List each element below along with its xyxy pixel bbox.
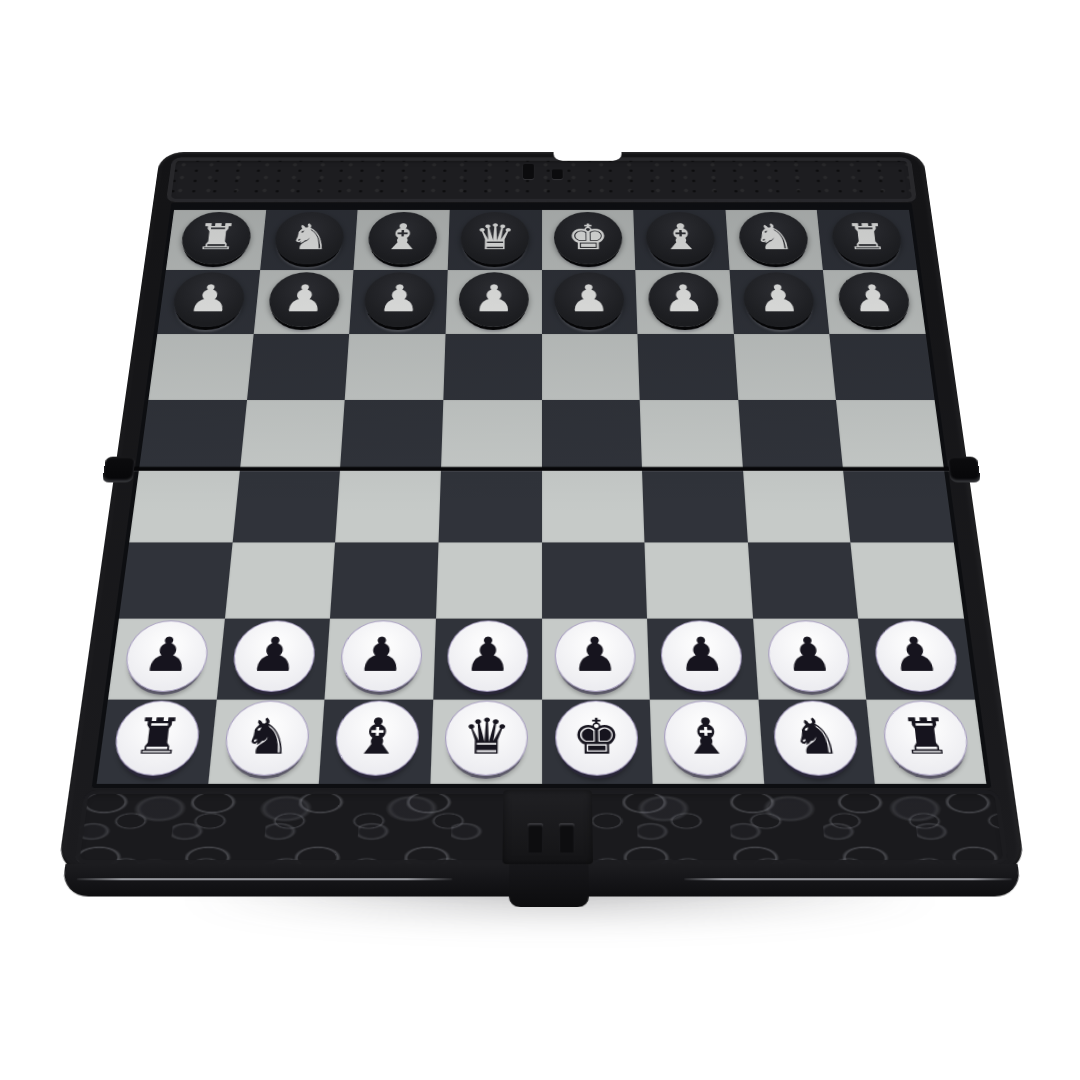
- fold-line: [115, 467, 968, 470]
- white-bishop-glyph: ♝: [351, 713, 402, 762]
- piece-white-rook[interactable]: ♜: [111, 701, 203, 776]
- square-g4[interactable]: [743, 470, 851, 543]
- white-pawn-glyph: ♟: [677, 631, 727, 678]
- square-a6[interactable]: [148, 334, 253, 400]
- white-queen-glyph: ♛: [462, 713, 512, 762]
- square-b2[interactable]: ♟: [216, 619, 330, 699]
- square-a3[interactable]: [119, 542, 232, 618]
- square-d8[interactable]: ♛: [448, 210, 542, 271]
- play-surface: ♜♞♝♛♚♝♞♜♟♟♟♟♟♟♟♟♟♟♟♟♟♟♟♟♜♞♝♛♚♝♞♜: [92, 203, 992, 788]
- piece-white-pawn[interactable]: ♟: [122, 620, 211, 691]
- square-g7[interactable]: ♟: [729, 270, 829, 333]
- square-g2[interactable]: ♟: [753, 619, 867, 699]
- square-h5[interactable]: [836, 400, 944, 469]
- chess-grid: ♜♞♝♛♚♝♞♜♟♟♟♟♟♟♟♟♟♟♟♟♟♟♟♟♜♞♝♛♚♝♞♜: [97, 210, 987, 784]
- white-pawn-glyph: ♟: [571, 631, 619, 678]
- square-a4[interactable]: [129, 470, 239, 543]
- black-rook-glyph: ♜: [194, 219, 240, 254]
- piece-white-king[interactable]: ♚: [555, 701, 639, 776]
- square-g3[interactable]: [748, 542, 859, 618]
- square-e8[interactable]: ♚: [542, 210, 636, 271]
- white-bishop-glyph: ♝: [680, 713, 731, 762]
- black-knight-glyph: ♞: [287, 219, 331, 254]
- white-pawn-glyph: ♟: [783, 631, 835, 678]
- black-pawn-glyph: ♟: [377, 280, 421, 317]
- square-e7[interactable]: ♟: [542, 270, 638, 333]
- black-pawn-glyph: ♟: [756, 280, 801, 317]
- hinge-left: [102, 457, 136, 483]
- square-g6[interactable]: [734, 334, 837, 400]
- clasp-tab-right: [552, 169, 563, 178]
- hinge-right: [947, 457, 981, 483]
- square-f7[interactable]: ♟: [635, 270, 733, 333]
- white-pawn-glyph: ♟: [464, 631, 512, 678]
- top-leather-band: [166, 157, 917, 202]
- stage: ♜♞♝♛♚♝♞♜♟♟♟♟♟♟♟♟♟♟♟♟♟♟♟♟♜♞♝♛♚♝♞♜: [0, 0, 1080, 1080]
- latch-lip: [509, 864, 589, 907]
- latch-tab-left: [527, 823, 543, 852]
- square-h4[interactable]: [843, 470, 953, 543]
- piece-white-pawn[interactable]: ♟: [338, 620, 422, 691]
- white-pawn-glyph: ♟: [141, 631, 194, 678]
- square-e5[interactable]: [542, 400, 643, 469]
- square-e4[interactable]: [542, 470, 645, 543]
- square-c1[interactable]: ♝: [319, 699, 433, 784]
- square-e2[interactable]: ♟: [542, 619, 650, 699]
- square-g8[interactable]: ♞: [725, 210, 823, 271]
- piece-black-pawn[interactable]: ♟: [363, 272, 436, 327]
- piece-black-bishop[interactable]: ♝: [366, 212, 437, 264]
- square-h2[interactable]: ♟: [858, 619, 975, 699]
- black-pawn-glyph: ♟: [281, 280, 326, 317]
- black-king-glyph: ♚: [567, 219, 609, 254]
- square-f6[interactable]: [638, 334, 739, 400]
- square-f4[interactable]: [642, 470, 748, 543]
- black-pawn-glyph: ♟: [850, 280, 897, 317]
- black-bishop-glyph: ♝: [659, 219, 702, 254]
- piece-black-pawn[interactable]: ♟: [267, 272, 341, 327]
- square-f5[interactable]: [640, 400, 743, 469]
- square-d2[interactable]: ♟: [433, 619, 541, 699]
- piece-black-pawn[interactable]: ♟: [458, 272, 529, 327]
- square-a7[interactable]: ♟: [157, 270, 259, 333]
- piece-white-rook[interactable]: ♜: [880, 701, 972, 776]
- white-king-glyph: ♚: [572, 713, 622, 762]
- latch-block: [502, 790, 593, 864]
- piece-white-queen[interactable]: ♛: [444, 701, 528, 776]
- piece-black-pawn[interactable]: ♟: [554, 272, 625, 327]
- black-rook-glyph: ♜: [844, 219, 890, 254]
- piece-black-rook[interactable]: ♜: [829, 212, 903, 264]
- square-a5[interactable]: [139, 400, 247, 469]
- square-e1[interactable]: ♚: [542, 699, 653, 784]
- square-b6[interactable]: [247, 334, 350, 400]
- piece-white-bishop[interactable]: ♝: [663, 701, 750, 776]
- piece-white-pawn[interactable]: ♟: [872, 620, 961, 691]
- square-e3[interactable]: [542, 542, 648, 618]
- square-a1[interactable]: ♜: [97, 699, 217, 784]
- black-queen-glyph: ♛: [474, 219, 516, 254]
- white-pawn-glyph: ♟: [248, 631, 300, 678]
- piece-white-pawn[interactable]: ♟: [554, 620, 636, 691]
- white-knight-glyph: ♞: [789, 713, 842, 762]
- case-seam-right: [684, 878, 1012, 880]
- square-b5[interactable]: [240, 400, 345, 469]
- black-pawn-glyph: ♟: [186, 280, 233, 317]
- square-e6[interactable]: [542, 334, 640, 400]
- square-d6[interactable]: [443, 334, 541, 400]
- square-h8[interactable]: ♜: [817, 210, 917, 271]
- square-c8[interactable]: ♝: [354, 210, 450, 271]
- piece-white-pawn[interactable]: ♟: [230, 620, 317, 691]
- piece-white-pawn[interactable]: ♟: [660, 620, 744, 691]
- piece-black-king[interactable]: ♚: [554, 212, 623, 264]
- black-bishop-glyph: ♝: [381, 219, 424, 254]
- white-rook-glyph: ♜: [130, 713, 185, 762]
- square-f8[interactable]: ♝: [633, 210, 729, 271]
- square-b7[interactable]: ♟: [253, 270, 353, 333]
- square-f3[interactable]: [645, 542, 753, 618]
- white-rook-glyph: ♜: [898, 713, 953, 762]
- black-knight-glyph: ♞: [751, 219, 795, 254]
- square-b1[interactable]: ♞: [208, 699, 325, 784]
- square-b4[interactable]: [232, 470, 340, 543]
- piece-black-knight[interactable]: ♞: [738, 212, 811, 264]
- piece-black-rook[interactable]: ♜: [179, 212, 253, 264]
- black-pawn-glyph: ♟: [472, 280, 515, 317]
- piece-black-bishop[interactable]: ♝: [646, 212, 717, 264]
- piece-white-bishop[interactable]: ♝: [333, 701, 420, 776]
- square-c5[interactable]: [340, 400, 443, 469]
- square-b8[interactable]: ♞: [260, 210, 358, 271]
- piece-black-pawn[interactable]: ♟: [836, 272, 912, 327]
- square-b3[interactable]: [225, 542, 336, 618]
- square-c4[interactable]: [335, 470, 441, 543]
- square-d7[interactable]: ♟: [445, 270, 541, 333]
- square-h1[interactable]: ♜: [867, 699, 987, 784]
- pocket-chess-board: ♜♞♝♛♚♝♞♜♟♟♟♟♟♟♟♟♟♟♟♟♟♟♟♟♜♞♝♛♚♝♞♜: [57, 152, 1025, 873]
- square-h6[interactable]: [830, 334, 935, 400]
- square-g5[interactable]: [738, 400, 843, 469]
- piece-black-queen[interactable]: ♛: [460, 212, 529, 264]
- clasp-notch: [554, 151, 622, 161]
- square-d4[interactable]: [438, 470, 541, 543]
- square-c6[interactable]: [345, 334, 446, 400]
- black-pawn-glyph: ♟: [662, 280, 706, 317]
- square-c2[interactable]: ♟: [325, 619, 436, 699]
- piece-black-pawn[interactable]: ♟: [648, 272, 721, 327]
- white-knight-glyph: ♞: [241, 713, 294, 762]
- piece-white-pawn[interactable]: ♟: [447, 620, 529, 691]
- piece-black-knight[interactable]: ♞: [273, 212, 346, 264]
- white-pawn-glyph: ♟: [356, 631, 406, 678]
- square-g1[interactable]: ♞: [758, 699, 875, 784]
- white-pawn-glyph: ♟: [889, 631, 942, 678]
- square-d3[interactable]: [436, 542, 542, 618]
- piece-black-pawn[interactable]: ♟: [742, 272, 816, 327]
- piece-white-knight[interactable]: ♞: [222, 701, 311, 776]
- square-h3[interactable]: [851, 542, 964, 618]
- square-c3[interactable]: [330, 542, 438, 618]
- square-a2[interactable]: ♟: [108, 619, 225, 699]
- clasp-tab-left: [523, 164, 534, 179]
- case-seam-left: [77, 878, 452, 880]
- square-f2[interactable]: ♟: [647, 619, 758, 699]
- square-a8[interactable]: ♜: [166, 210, 266, 271]
- piece-white-knight[interactable]: ♞: [772, 701, 861, 776]
- latch-tab-right: [559, 823, 575, 852]
- square-d1[interactable]: ♛: [430, 699, 541, 784]
- piece-black-pawn[interactable]: ♟: [171, 272, 247, 327]
- black-pawn-glyph: ♟: [568, 280, 611, 317]
- square-c7[interactable]: ♟: [349, 270, 447, 333]
- square-d5[interactable]: [441, 400, 542, 469]
- square-h7[interactable]: ♟: [823, 270, 925, 333]
- square-f1[interactable]: ♝: [650, 699, 764, 784]
- piece-white-pawn[interactable]: ♟: [766, 620, 853, 691]
